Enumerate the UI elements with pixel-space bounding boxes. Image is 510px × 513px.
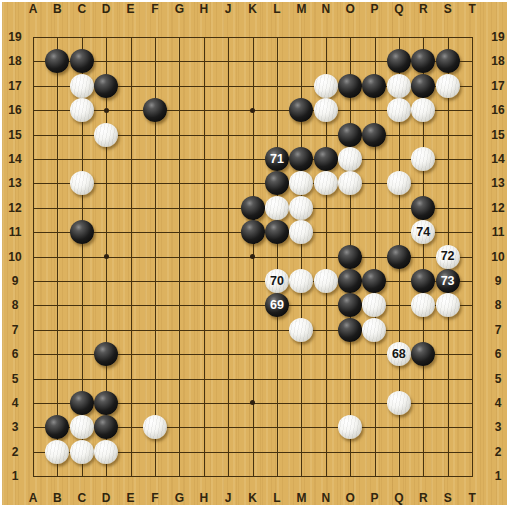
column-label-top-H: H bbox=[199, 2, 208, 16]
black-stone-O10 bbox=[338, 245, 362, 269]
move-number-label-74: 74 bbox=[416, 225, 430, 238]
row-label-right-3: 3 bbox=[495, 420, 502, 434]
row-label-left-13: 13 bbox=[8, 176, 21, 190]
row-label-right-15: 15 bbox=[491, 128, 504, 142]
black-stone-S9: 73 bbox=[436, 269, 460, 293]
column-label-bottom-T: T bbox=[469, 491, 476, 505]
star-point-D10 bbox=[104, 254, 109, 259]
white-stone-N17 bbox=[314, 74, 338, 98]
column-label-top-Q: Q bbox=[394, 2, 403, 16]
move-number-label-71: 71 bbox=[270, 152, 284, 165]
black-stone-L11 bbox=[265, 220, 289, 244]
white-stone-B2 bbox=[45, 440, 69, 464]
row-label-left-14: 14 bbox=[8, 152, 21, 166]
white-stone-L9: 70 bbox=[265, 269, 289, 293]
black-stone-P17 bbox=[362, 74, 386, 98]
black-stone-O17 bbox=[338, 74, 362, 98]
black-stone-O15 bbox=[338, 123, 362, 147]
black-stone-R18 bbox=[411, 49, 435, 73]
row-label-right-7: 7 bbox=[495, 323, 502, 337]
move-number-label-68: 68 bbox=[392, 347, 406, 360]
white-stone-O13 bbox=[338, 171, 362, 195]
row-label-left-4: 4 bbox=[12, 396, 19, 410]
board-intersections-grid[interactable]: 71747270736968 bbox=[21, 25, 484, 488]
go-diagram: ABCDEFGHJKLMNOPQRST ABCDEFGHJKLMNOPQRST … bbox=[0, 0, 510, 513]
column-label-top-D: D bbox=[102, 2, 111, 16]
white-stone-R14 bbox=[411, 147, 435, 171]
white-stone-R16 bbox=[411, 98, 435, 122]
black-stone-D3 bbox=[94, 415, 118, 439]
row-label-right-17: 17 bbox=[491, 79, 504, 93]
white-stone-L12 bbox=[265, 196, 289, 220]
go-board[interactable]: ABCDEFGHJKLMNOPQRST ABCDEFGHJKLMNOPQRST … bbox=[2, 2, 507, 505]
column-label-bottom-F: F bbox=[151, 491, 158, 505]
star-point-K4 bbox=[250, 400, 255, 405]
column-label-bottom-P: P bbox=[371, 491, 379, 505]
white-stone-O14 bbox=[338, 147, 362, 171]
column-label-bottom-A: A bbox=[29, 491, 38, 505]
row-label-left-15: 15 bbox=[8, 128, 21, 142]
white-stone-C16 bbox=[70, 98, 94, 122]
black-stone-L13 bbox=[265, 171, 289, 195]
white-stone-M11 bbox=[289, 220, 313, 244]
row-label-left-3: 3 bbox=[12, 420, 19, 434]
column-label-top-K: K bbox=[248, 2, 257, 16]
column-label-top-P: P bbox=[371, 2, 379, 16]
row-label-left-16: 16 bbox=[8, 103, 21, 117]
column-label-bottom-K: K bbox=[248, 491, 257, 505]
white-stone-R11: 74 bbox=[411, 220, 435, 244]
black-stone-D17 bbox=[94, 74, 118, 98]
white-stone-C17 bbox=[70, 74, 94, 98]
white-stone-S8 bbox=[436, 293, 460, 317]
row-label-right-1: 1 bbox=[495, 469, 502, 483]
white-stone-C13 bbox=[70, 171, 94, 195]
column-label-bottom-L: L bbox=[273, 491, 280, 505]
black-stone-O7 bbox=[338, 318, 362, 342]
white-stone-C3 bbox=[70, 415, 94, 439]
column-label-top-R: R bbox=[419, 2, 428, 16]
column-label-bottom-D: D bbox=[102, 491, 111, 505]
black-stone-L8: 69 bbox=[265, 293, 289, 317]
black-stone-L14: 71 bbox=[265, 147, 289, 171]
move-number-label-72: 72 bbox=[441, 250, 455, 263]
column-label-top-M: M bbox=[296, 2, 306, 16]
white-stone-D15 bbox=[94, 123, 118, 147]
row-label-right-11: 11 bbox=[492, 225, 505, 239]
move-number-label-73: 73 bbox=[441, 274, 455, 287]
black-stone-F16 bbox=[143, 98, 167, 122]
row-label-right-19: 19 bbox=[491, 30, 504, 44]
column-label-top-N: N bbox=[321, 2, 330, 16]
white-stone-S10: 72 bbox=[436, 245, 460, 269]
row-label-left-8: 8 bbox=[12, 298, 19, 312]
black-stone-M14 bbox=[289, 147, 313, 171]
black-stone-K12 bbox=[241, 196, 265, 220]
column-label-top-C: C bbox=[77, 2, 86, 16]
column-label-bottom-J: J bbox=[225, 491, 232, 505]
column-label-top-T: T bbox=[469, 2, 476, 16]
move-number-label-70: 70 bbox=[270, 274, 284, 287]
column-label-top-O: O bbox=[346, 2, 355, 16]
row-label-left-2: 2 bbox=[12, 445, 19, 459]
white-stone-Q17 bbox=[387, 74, 411, 98]
black-stone-M16 bbox=[289, 98, 313, 122]
row-label-left-11: 11 bbox=[9, 225, 22, 239]
move-number-label-69: 69 bbox=[270, 299, 284, 312]
white-stone-O3 bbox=[338, 415, 362, 439]
black-stone-O9 bbox=[338, 269, 362, 293]
column-label-top-J: J bbox=[225, 2, 232, 16]
row-label-right-6: 6 bbox=[495, 347, 502, 361]
white-stone-P8 bbox=[362, 293, 386, 317]
white-stone-R8 bbox=[411, 293, 435, 317]
column-label-bottom-O: O bbox=[346, 491, 355, 505]
row-label-left-10: 10 bbox=[8, 250, 21, 264]
row-label-right-13: 13 bbox=[491, 176, 504, 190]
column-label-bottom-G: G bbox=[175, 491, 184, 505]
row-label-right-12: 12 bbox=[491, 201, 504, 215]
white-stone-N9 bbox=[314, 269, 338, 293]
column-label-top-E: E bbox=[127, 2, 135, 16]
white-stone-M7 bbox=[289, 318, 313, 342]
white-stone-N13 bbox=[314, 171, 338, 195]
row-label-left-9: 9 bbox=[12, 274, 19, 288]
black-stone-P9 bbox=[362, 269, 386, 293]
column-label-top-G: G bbox=[175, 2, 184, 16]
white-stone-D2 bbox=[94, 440, 118, 464]
row-label-left-6: 6 bbox=[12, 347, 19, 361]
row-label-left-1: 1 bbox=[12, 469, 19, 483]
row-label-right-4: 4 bbox=[495, 396, 502, 410]
black-stone-P15 bbox=[362, 123, 386, 147]
row-label-right-16: 16 bbox=[491, 103, 504, 117]
star-point-K10 bbox=[250, 254, 255, 259]
star-point-K16 bbox=[250, 108, 255, 113]
column-label-top-B: B bbox=[53, 2, 62, 16]
black-stone-R6 bbox=[411, 342, 435, 366]
row-label-right-2: 2 bbox=[495, 445, 502, 459]
white-stone-Q4 bbox=[387, 391, 411, 415]
white-stone-N16 bbox=[314, 98, 338, 122]
black-stone-Q10 bbox=[387, 245, 411, 269]
column-label-bottom-R: R bbox=[419, 491, 428, 505]
black-stone-N14 bbox=[314, 147, 338, 171]
white-stone-S17 bbox=[436, 74, 460, 98]
black-stone-K11 bbox=[241, 220, 265, 244]
row-label-left-18: 18 bbox=[8, 54, 21, 68]
row-label-left-12: 12 bbox=[8, 201, 21, 215]
white-stone-M12 bbox=[289, 196, 313, 220]
column-label-top-L: L bbox=[273, 2, 280, 16]
column-label-bottom-C: C bbox=[77, 491, 86, 505]
row-label-left-17: 17 bbox=[8, 79, 21, 93]
black-stone-R9 bbox=[411, 269, 435, 293]
row-label-left-19: 19 bbox=[8, 30, 21, 44]
white-stone-P7 bbox=[362, 318, 386, 342]
black-stone-B18 bbox=[45, 49, 69, 73]
row-label-right-10: 10 bbox=[491, 250, 504, 264]
black-stone-C18 bbox=[70, 49, 94, 73]
row-label-right-5: 5 bbox=[495, 372, 502, 386]
black-stone-C4 bbox=[70, 391, 94, 415]
black-stone-S18 bbox=[436, 49, 460, 73]
column-label-bottom-E: E bbox=[127, 491, 135, 505]
black-stone-O8 bbox=[338, 293, 362, 317]
row-label-left-7: 7 bbox=[12, 323, 19, 337]
black-stone-B3 bbox=[45, 415, 69, 439]
row-label-left-5: 5 bbox=[12, 372, 19, 386]
white-stone-Q16 bbox=[387, 98, 411, 122]
white-stone-F3 bbox=[143, 415, 167, 439]
row-label-right-14: 14 bbox=[491, 152, 504, 166]
white-stone-Q6: 68 bbox=[387, 342, 411, 366]
black-stone-D6 bbox=[94, 342, 118, 366]
row-label-right-18: 18 bbox=[491, 54, 504, 68]
black-stone-Q18 bbox=[387, 49, 411, 73]
black-stone-R17 bbox=[411, 74, 435, 98]
row-label-right-9: 9 bbox=[495, 274, 502, 288]
black-stone-C11 bbox=[70, 220, 94, 244]
star-point-D16 bbox=[104, 108, 109, 113]
column-label-top-A: A bbox=[29, 2, 38, 16]
column-label-bottom-Q: Q bbox=[394, 491, 403, 505]
white-stone-M9 bbox=[289, 269, 313, 293]
white-stone-Q13 bbox=[387, 171, 411, 195]
row-label-right-8: 8 bbox=[495, 298, 502, 312]
column-label-bottom-H: H bbox=[199, 491, 208, 505]
black-stone-D4 bbox=[94, 391, 118, 415]
column-label-bottom-B: B bbox=[53, 491, 62, 505]
white-stone-C2 bbox=[70, 440, 94, 464]
black-stone-R12 bbox=[411, 196, 435, 220]
column-label-bottom-S: S bbox=[444, 491, 452, 505]
column-label-top-F: F bbox=[151, 2, 158, 16]
column-label-top-S: S bbox=[444, 2, 452, 16]
column-label-bottom-M: M bbox=[296, 491, 306, 505]
column-label-bottom-N: N bbox=[321, 491, 330, 505]
white-stone-M13 bbox=[289, 171, 313, 195]
